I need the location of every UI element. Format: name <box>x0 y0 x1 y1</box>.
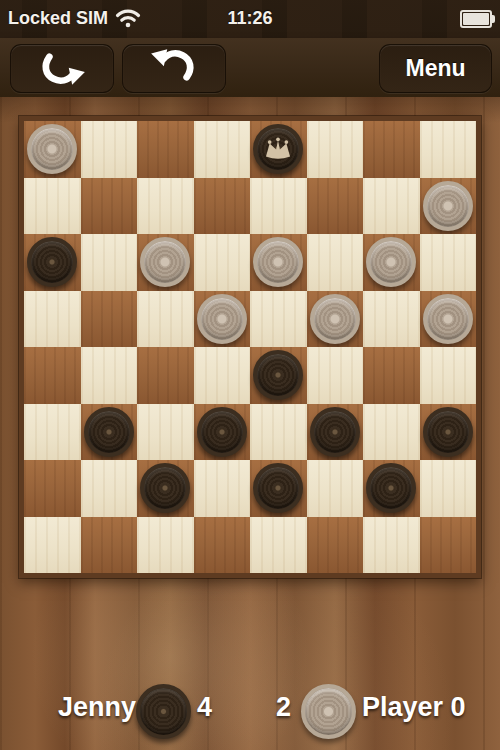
square-6-1[interactable] <box>81 460 138 517</box>
square-2-4[interactable] <box>250 234 307 291</box>
square-3-4[interactable] <box>250 291 307 348</box>
square-5-6[interactable] <box>363 404 420 461</box>
light-piece[interactable] <box>140 237 190 287</box>
crown-icon <box>262 137 294 162</box>
square-1-1[interactable] <box>81 178 138 235</box>
dark-piece[interactable] <box>27 237 77 287</box>
square-1-4[interactable] <box>250 178 307 235</box>
square-4-5[interactable] <box>307 347 364 404</box>
square-3-6[interactable] <box>363 291 420 348</box>
dark-piece[interactable] <box>366 463 416 513</box>
square-1-2[interactable] <box>137 178 194 235</box>
square-6-6[interactable] <box>363 460 420 517</box>
dark-piece[interactable] <box>197 407 247 457</box>
square-6-7[interactable] <box>420 460 477 517</box>
square-7-2[interactable] <box>137 517 194 574</box>
light-piece[interactable] <box>310 294 360 344</box>
square-2-1[interactable] <box>81 234 138 291</box>
square-0-7[interactable] <box>420 121 477 178</box>
square-2-0[interactable] <box>24 234 81 291</box>
square-2-3[interactable] <box>194 234 251 291</box>
square-6-3[interactable] <box>194 460 251 517</box>
square-0-2[interactable] <box>137 121 194 178</box>
dark-piece[interactable] <box>84 407 134 457</box>
undo-arrow-icon <box>145 45 203 93</box>
square-3-3[interactable] <box>194 291 251 348</box>
redo-button[interactable] <box>10 44 114 93</box>
player-left-name: Jenny <box>58 692 136 723</box>
light-piece[interactable] <box>423 294 473 344</box>
square-0-5[interactable] <box>307 121 364 178</box>
square-7-4[interactable] <box>250 517 307 574</box>
light-piece[interactable] <box>423 181 473 231</box>
square-5-4[interactable] <box>250 404 307 461</box>
app-screen: Locked SIM 11:26 <box>0 0 500 750</box>
square-4-3[interactable] <box>194 347 251 404</box>
dark-piece-icon <box>136 684 191 739</box>
light-piece[interactable] <box>27 124 77 174</box>
dark-piece[interactable] <box>253 463 303 513</box>
square-1-3[interactable] <box>194 178 251 235</box>
player-right-name: Player 0 <box>362 692 466 723</box>
light-piece-icon <box>301 684 356 739</box>
player-right-captured-count: 2 <box>276 692 291 723</box>
square-1-5[interactable] <box>307 178 364 235</box>
square-2-5[interactable] <box>307 234 364 291</box>
dark-king-piece[interactable] <box>253 124 303 174</box>
square-4-1[interactable] <box>81 347 138 404</box>
redo-arrow-icon <box>33 45 91 93</box>
player-left-captured-count: 4 <box>197 692 212 723</box>
square-0-6[interactable] <box>363 121 420 178</box>
clock-label: 11:26 <box>0 8 500 29</box>
square-3-2[interactable] <box>137 291 194 348</box>
square-6-4[interactable] <box>250 460 307 517</box>
dark-piece[interactable] <box>310 407 360 457</box>
square-2-2[interactable] <box>137 234 194 291</box>
square-3-0[interactable] <box>24 291 81 348</box>
square-1-6[interactable] <box>363 178 420 235</box>
square-0-3[interactable] <box>194 121 251 178</box>
square-5-2[interactable] <box>137 404 194 461</box>
square-5-0[interactable] <box>24 404 81 461</box>
square-4-0[interactable] <box>24 347 81 404</box>
wood-background <box>0 97 500 750</box>
square-2-6[interactable] <box>363 234 420 291</box>
square-4-4[interactable] <box>250 347 307 404</box>
square-1-7[interactable] <box>420 178 477 235</box>
square-7-3[interactable] <box>194 517 251 574</box>
square-6-5[interactable] <box>307 460 364 517</box>
status-bar: Locked SIM 11:26 <box>0 0 500 38</box>
square-6-0[interactable] <box>24 460 81 517</box>
light-piece[interactable] <box>366 237 416 287</box>
light-piece[interactable] <box>197 294 247 344</box>
square-5-1[interactable] <box>81 404 138 461</box>
square-7-1[interactable] <box>81 517 138 574</box>
square-7-7[interactable] <box>420 517 477 574</box>
square-4-2[interactable] <box>137 347 194 404</box>
square-5-3[interactable] <box>194 404 251 461</box>
undo-button[interactable] <box>122 44 226 93</box>
square-4-6[interactable] <box>363 347 420 404</box>
score-bar: Jenny 4 2 Player 0 <box>0 680 500 750</box>
battery-icon <box>460 10 492 28</box>
light-piece[interactable] <box>253 237 303 287</box>
square-7-0[interactable] <box>24 517 81 574</box>
square-2-7[interactable] <box>420 234 477 291</box>
square-3-5[interactable] <box>307 291 364 348</box>
square-1-0[interactable] <box>24 178 81 235</box>
square-0-0[interactable] <box>24 121 81 178</box>
square-5-7[interactable] <box>420 404 477 461</box>
square-0-1[interactable] <box>81 121 138 178</box>
dark-piece[interactable] <box>253 350 303 400</box>
square-7-5[interactable] <box>307 517 364 574</box>
square-4-7[interactable] <box>420 347 477 404</box>
menu-button[interactable]: Menu <box>379 44 492 93</box>
toolbar: Menu <box>0 38 500 97</box>
square-3-7[interactable] <box>420 291 477 348</box>
square-6-2[interactable] <box>137 460 194 517</box>
dark-piece[interactable] <box>140 463 190 513</box>
square-3-1[interactable] <box>81 291 138 348</box>
checkers-board <box>19 116 481 578</box>
square-0-4[interactable] <box>250 121 307 178</box>
square-5-5[interactable] <box>307 404 364 461</box>
square-7-6[interactable] <box>363 517 420 574</box>
dark-piece[interactable] <box>423 407 473 457</box>
